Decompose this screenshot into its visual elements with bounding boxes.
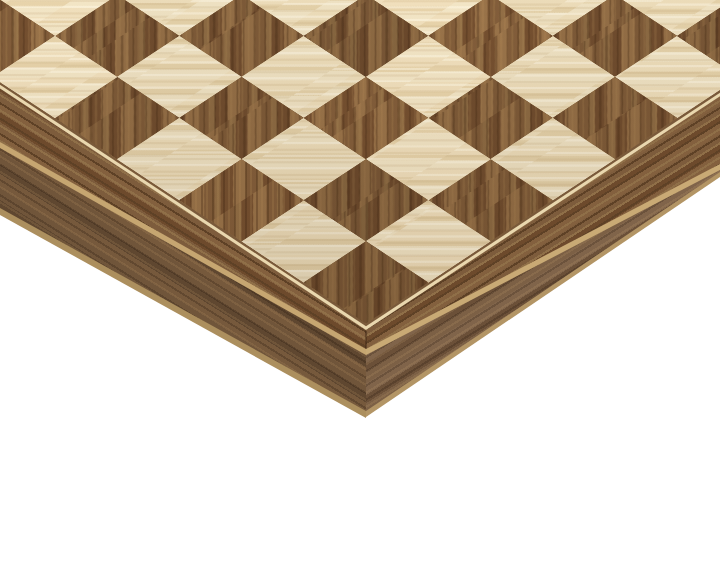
product-photo-scene [0,0,720,576]
